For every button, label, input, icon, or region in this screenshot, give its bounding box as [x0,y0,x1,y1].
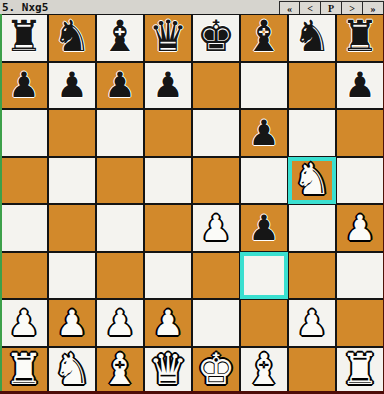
square-d2[interactable]: ♟ [144,299,192,347]
square-e7[interactable] [192,62,240,110]
square-d4[interactable] [144,204,192,252]
square-a8[interactable]: ♜ [0,14,48,62]
chess-app-window: 5. Nxg5 « < P > » ♜♞♝♛♚♝♞♜♟♟♟♟♟♟♞♟♟♟♟♟♟♟… [0,0,384,394]
white-bishop-piece: ♝ [101,347,140,392]
square-e4[interactable]: ♟ [192,204,240,252]
square-h1[interactable]: ♜ [336,347,384,394]
square-f2[interactable] [240,299,288,347]
square-g7[interactable] [288,62,336,110]
square-b6[interactable] [48,109,96,157]
square-e1[interactable]: ♚ [192,347,240,394]
black-rook-piece: ♜ [5,14,44,59]
square-c3[interactable] [96,252,144,300]
white-pawn-piece: ♟ [296,303,327,343]
square-c4[interactable] [96,204,144,252]
white-bishop-piece: ♝ [245,347,284,392]
square-f4[interactable]: ♟ [240,204,288,252]
white-rook-piece: ♜ [341,347,380,392]
square-h2[interactable] [336,299,384,347]
square-g4[interactable] [288,204,336,252]
square-e3[interactable] [192,252,240,300]
black-bishop-piece: ♝ [245,14,284,59]
black-pawn-piece: ♟ [344,65,375,105]
square-c5[interactable] [96,157,144,205]
square-g3[interactable] [288,252,336,300]
board-left-edge-strip [0,14,2,394]
square-c2[interactable]: ♟ [96,299,144,347]
white-pawn-piece: ♟ [152,303,183,343]
square-b2[interactable]: ♟ [48,299,96,347]
white-pawn-piece: ♟ [344,208,375,248]
square-d7[interactable]: ♟ [144,62,192,110]
square-b8[interactable]: ♞ [48,14,96,62]
white-rook-piece: ♜ [5,347,44,392]
square-g1[interactable] [288,347,336,394]
square-e5[interactable] [192,157,240,205]
square-h4[interactable]: ♟ [336,204,384,252]
white-pawn-piece: ♟ [200,208,231,248]
square-f7[interactable] [240,62,288,110]
white-pawn-piece: ♟ [104,303,135,343]
square-c7[interactable]: ♟ [96,62,144,110]
square-c1[interactable]: ♝ [96,347,144,394]
black-pawn-piece: ♟ [56,65,87,105]
square-f5[interactable] [240,157,288,205]
square-e8[interactable]: ♚ [192,14,240,62]
square-a6[interactable] [0,109,48,157]
square-d8[interactable]: ♛ [144,14,192,62]
square-g6[interactable] [288,109,336,157]
square-d3[interactable] [144,252,192,300]
square-a3[interactable] [0,252,48,300]
black-pawn-piece: ♟ [104,65,135,105]
square-h8[interactable]: ♜ [336,14,384,62]
square-g8[interactable]: ♞ [288,14,336,62]
square-h7[interactable]: ♟ [336,62,384,110]
black-pawn-piece: ♟ [152,65,183,105]
square-b1[interactable]: ♞ [48,347,96,394]
square-a1[interactable]: ♜ [0,347,48,394]
white-knight-piece: ♞ [53,347,92,392]
square-h3[interactable] [336,252,384,300]
white-pawn-piece: ♟ [8,303,39,343]
chess-board: ♜♞♝♛♚♝♞♜♟♟♟♟♟♟♞♟♟♟♟♟♟♟♟♜♞♝♛♚♝♜ [0,14,384,394]
square-a7[interactable]: ♟ [0,62,48,110]
square-c6[interactable] [96,109,144,157]
black-knight-piece: ♞ [293,14,332,59]
black-queen-piece: ♛ [149,14,188,59]
white-knight-piece: ♞ [293,157,332,202]
white-king-piece: ♚ [197,347,236,392]
square-g2[interactable]: ♟ [288,299,336,347]
black-pawn-piece: ♟ [248,113,279,153]
square-a2[interactable]: ♟ [0,299,48,347]
square-e2[interactable] [192,299,240,347]
white-queen-piece: ♛ [149,347,188,392]
square-h6[interactable] [336,109,384,157]
black-pawn-piece: ♟ [8,65,39,105]
square-e6[interactable] [192,109,240,157]
square-d6[interactable] [144,109,192,157]
square-b4[interactable] [48,204,96,252]
square-b5[interactable] [48,157,96,205]
black-king-piece: ♚ [197,14,236,59]
black-pawn-piece: ♟ [248,208,279,248]
black-knight-piece: ♞ [53,14,92,59]
square-a5[interactable] [0,157,48,205]
black-rook-piece: ♜ [341,14,380,59]
square-f8[interactable]: ♝ [240,14,288,62]
square-c8[interactable]: ♝ [96,14,144,62]
black-bishop-piece: ♝ [101,14,140,59]
square-d5[interactable] [144,157,192,205]
square-h5[interactable] [336,157,384,205]
square-d1[interactable]: ♛ [144,347,192,394]
white-pawn-piece: ♟ [56,303,87,343]
square-a4[interactable] [0,204,48,252]
square-f6[interactable]: ♟ [240,109,288,157]
square-f3[interactable] [240,252,288,300]
square-b3[interactable] [48,252,96,300]
square-g5[interactable]: ♞ [288,157,336,205]
square-b7[interactable]: ♟ [48,62,96,110]
square-f1[interactable]: ♝ [240,347,288,394]
